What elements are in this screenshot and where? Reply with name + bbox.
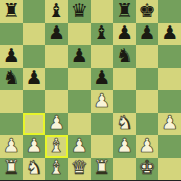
square-b4[interactable] xyxy=(23,90,46,113)
square-g1[interactable]: ♚ xyxy=(136,158,159,181)
piece-white-pawn[interactable]: ♟ xyxy=(71,136,88,155)
square-d7[interactable] xyxy=(68,23,91,46)
piece-black-pawn[interactable]: ♟ xyxy=(93,68,110,87)
square-g3[interactable] xyxy=(136,113,159,136)
square-f5[interactable] xyxy=(113,68,136,91)
piece-white-rook[interactable]: ♜ xyxy=(3,158,20,177)
piece-white-pawn[interactable]: ♟ xyxy=(3,136,20,155)
square-a3[interactable] xyxy=(0,113,23,136)
piece-white-pawn[interactable]: ♟ xyxy=(116,136,133,155)
piece-white-bishop[interactable]: ♝ xyxy=(48,136,65,155)
square-g8[interactable]: ♚ xyxy=(136,0,159,23)
square-b2[interactable]: ♟ xyxy=(23,135,46,158)
square-g6[interactable] xyxy=(136,45,159,68)
square-c3[interactable]: ♟ xyxy=(45,113,68,136)
piece-white-pawn[interactable]: ♟ xyxy=(139,136,156,155)
chess-board: ♜♝♛♜♚♟♝♟♟♟♟♟♞♞♟♟♟♟♞♟♟♟♝♟♟♟♜♞♝♛♜♚ xyxy=(0,0,181,180)
square-c1[interactable]: ♝ xyxy=(45,158,68,181)
square-h5[interactable] xyxy=(158,68,181,91)
piece-white-pawn[interactable]: ♟ xyxy=(93,91,110,110)
square-f7[interactable]: ♟ xyxy=(113,23,136,46)
piece-white-bishop[interactable]: ♝ xyxy=(48,158,65,177)
piece-black-bishop[interactable]: ♝ xyxy=(93,23,110,42)
piece-black-pawn[interactable]: ♟ xyxy=(48,23,65,42)
piece-black-king[interactable]: ♚ xyxy=(139,1,156,20)
square-e2[interactable] xyxy=(91,135,114,158)
square-e4[interactable]: ♟ xyxy=(91,90,114,113)
square-d8[interactable]: ♛ xyxy=(68,0,91,23)
square-d1[interactable]: ♛ xyxy=(68,158,91,181)
square-c7[interactable]: ♟ xyxy=(45,23,68,46)
square-h1[interactable] xyxy=(158,158,181,181)
square-b1[interactable]: ♞ xyxy=(23,158,46,181)
square-a6[interactable]: ♟ xyxy=(0,45,23,68)
square-f8[interactable]: ♜ xyxy=(113,0,136,23)
square-a4[interactable] xyxy=(0,90,23,113)
square-e5[interactable]: ♟ xyxy=(91,68,114,91)
piece-black-pawn[interactable]: ♟ xyxy=(139,23,156,42)
square-a5[interactable]: ♞ xyxy=(0,68,23,91)
piece-black-pawn[interactable]: ♟ xyxy=(161,23,178,42)
square-f6[interactable]: ♞ xyxy=(113,45,136,68)
square-a7[interactable] xyxy=(0,23,23,46)
square-b7[interactable] xyxy=(23,23,46,46)
piece-black-bishop[interactable]: ♝ xyxy=(48,1,65,20)
square-f2[interactable]: ♟ xyxy=(113,135,136,158)
square-d4[interactable] xyxy=(68,90,91,113)
square-g7[interactable]: ♟ xyxy=(136,23,159,46)
piece-white-queen[interactable]: ♛ xyxy=(71,158,88,177)
square-e3[interactable] xyxy=(91,113,114,136)
piece-white-pawn[interactable]: ♟ xyxy=(161,113,178,132)
piece-black-pawn[interactable]: ♟ xyxy=(25,68,42,87)
square-h6[interactable] xyxy=(158,45,181,68)
square-g4[interactable] xyxy=(136,90,159,113)
square-c4[interactable] xyxy=(45,90,68,113)
square-e8[interactable] xyxy=(91,0,114,23)
piece-black-pawn[interactable]: ♟ xyxy=(116,23,133,42)
piece-white-pawn[interactable]: ♟ xyxy=(48,113,65,132)
square-a2[interactable]: ♟ xyxy=(0,135,23,158)
square-e6[interactable] xyxy=(91,45,114,68)
square-f1[interactable] xyxy=(113,158,136,181)
piece-white-rook[interactable]: ♜ xyxy=(93,158,110,177)
piece-black-rook[interactable]: ♜ xyxy=(3,1,20,20)
square-b8[interactable] xyxy=(23,0,46,23)
piece-black-queen[interactable]: ♛ xyxy=(71,1,88,20)
piece-white-king[interactable]: ♚ xyxy=(139,158,156,177)
piece-black-rook[interactable]: ♜ xyxy=(116,1,133,20)
square-a8[interactable]: ♜ xyxy=(0,0,23,23)
square-d5[interactable] xyxy=(68,68,91,91)
square-c6[interactable] xyxy=(45,45,68,68)
square-b3[interactable] xyxy=(23,113,46,136)
square-h3[interactable]: ♟ xyxy=(158,113,181,136)
square-e7[interactable]: ♝ xyxy=(91,23,114,46)
square-c5[interactable] xyxy=(45,68,68,91)
square-c8[interactable]: ♝ xyxy=(45,0,68,23)
piece-black-knight[interactable]: ♞ xyxy=(3,68,20,87)
square-h7[interactable]: ♟ xyxy=(158,23,181,46)
square-e1[interactable]: ♜ xyxy=(91,158,114,181)
piece-black-knight[interactable]: ♞ xyxy=(116,46,133,65)
square-h4[interactable] xyxy=(158,90,181,113)
square-h2[interactable] xyxy=(158,135,181,158)
square-b5[interactable]: ♟ xyxy=(23,68,46,91)
piece-black-pawn[interactable]: ♟ xyxy=(71,46,88,65)
piece-white-knight[interactable]: ♞ xyxy=(116,113,133,132)
square-b6[interactable] xyxy=(23,45,46,68)
square-d6[interactable]: ♟ xyxy=(68,45,91,68)
square-h8[interactable] xyxy=(158,0,181,23)
piece-white-pawn[interactable]: ♟ xyxy=(25,136,42,155)
square-d3[interactable] xyxy=(68,113,91,136)
square-a1[interactable]: ♜ xyxy=(0,158,23,181)
square-g2[interactable]: ♟ xyxy=(136,135,159,158)
square-d2[interactable]: ♟ xyxy=(68,135,91,158)
piece-white-knight[interactable]: ♞ xyxy=(25,158,42,177)
square-c2[interactable]: ♝ xyxy=(45,135,68,158)
square-f4[interactable] xyxy=(113,90,136,113)
square-g5[interactable] xyxy=(136,68,159,91)
square-f3[interactable]: ♞ xyxy=(113,113,136,136)
piece-black-pawn[interactable]: ♟ xyxy=(3,46,20,65)
